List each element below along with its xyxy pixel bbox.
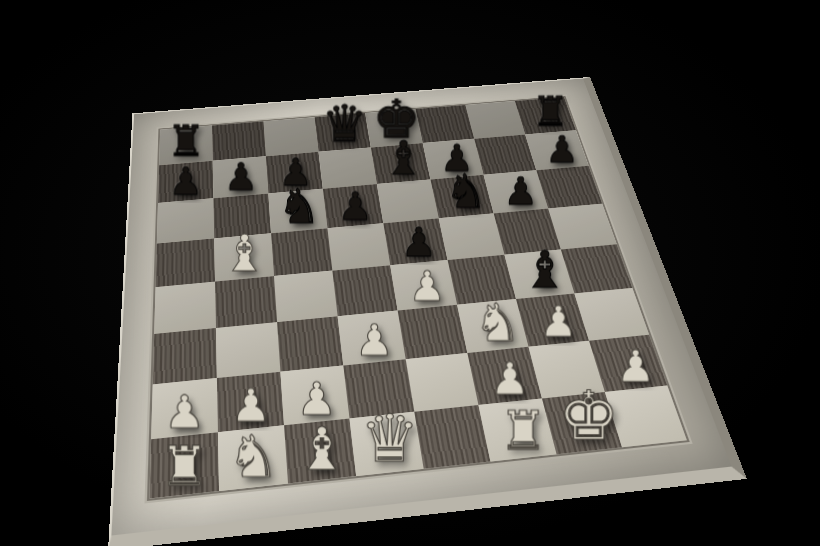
lighting-shade <box>215 276 277 328</box>
square-a4[interactable] <box>154 282 216 334</box>
board-grid: ♜♛♚♜♟♟♟♝♟♟♞♟♞♟♝♟♟♝♟♞♟♟♟♟♟♟♜♞♝♛♜♚ <box>149 97 686 499</box>
square-e5[interactable]: ♟ <box>383 218 447 265</box>
piece-black-pawn[interactable]: ♟ <box>390 222 448 262</box>
board-frame: ♜♛♚♜♟♟♟♝♟♟♞♟♞♟♝♟♟♝♟♞♟♟♟♟♟♟♜♞♝♛♜♚ <box>108 77 747 546</box>
square-b1[interactable]: ♞ <box>218 425 288 491</box>
lighting-shade <box>398 305 468 359</box>
square-e3[interactable] <box>398 305 468 359</box>
square-c1[interactable]: ♝ <box>284 419 356 484</box>
square-h7[interactable]: ♟ <box>525 130 588 170</box>
piece-white-pawn[interactable]: ♟ <box>397 266 457 307</box>
piece-black-pawn[interactable]: ♟ <box>327 187 383 226</box>
square-d6[interactable]: ♟ <box>323 184 383 228</box>
lighting-shade <box>271 228 332 276</box>
piece-black-knight[interactable]: ♞ <box>438 168 494 215</box>
piece-black-knight[interactable]: ♞ <box>271 183 327 231</box>
square-f3[interactable]: ♞ <box>457 299 528 353</box>
square-d3[interactable]: ♟ <box>338 310 406 365</box>
piece-white-pawn[interactable]: ♟ <box>478 356 543 401</box>
scene-background: ♜♛♚♜♟♟♟♝♟♟♞♟♞♟♝♟♟♝♟♞♟♟♟♟♟♟♜♞♝♛♜♚ <box>0 0 820 546</box>
square-a5[interactable] <box>156 238 215 287</box>
square-b3[interactable] <box>216 322 280 378</box>
lighting-shade <box>154 282 216 334</box>
square-c6[interactable]: ♞ <box>268 189 327 234</box>
square-e1[interactable] <box>414 405 490 469</box>
square-a3[interactable] <box>153 328 217 384</box>
piece-black-rook[interactable]: ♜ <box>524 91 576 132</box>
square-f1[interactable]: ♜ <box>478 398 556 461</box>
piece-black-pawn[interactable]: ♟ <box>214 158 269 196</box>
square-d4[interactable] <box>332 265 397 316</box>
piece-white-pawn[interactable]: ♟ <box>343 318 406 361</box>
piece-white-bishop[interactable]: ♝ <box>215 228 274 279</box>
piece-white-rook[interactable]: ♜ <box>150 439 219 494</box>
lighting-shade <box>216 322 280 378</box>
piece-white-pawn[interactable]: ♟ <box>528 301 590 344</box>
piece-black-rook[interactable]: ♜ <box>159 120 212 162</box>
lighting-shade <box>277 316 343 371</box>
square-c3[interactable] <box>277 316 343 371</box>
piece-white-pawn[interactable]: ♟ <box>284 376 350 421</box>
lighting-shade <box>153 328 217 384</box>
piece-white-knight[interactable]: ♞ <box>219 428 288 486</box>
piece-black-bishop[interactable]: ♝ <box>376 135 430 182</box>
square-c4[interactable] <box>274 271 338 322</box>
square-d8[interactable]: ♛ <box>315 113 371 152</box>
square-f2[interactable]: ♟ <box>467 347 542 405</box>
piece-black-queen[interactable]: ♛ <box>318 99 370 150</box>
square-e7[interactable]: ♝ <box>371 143 431 184</box>
piece-black-bishop[interactable]: ♝ <box>515 244 574 295</box>
piece-black-pawn[interactable]: ♟ <box>158 162 213 200</box>
piece-white-king[interactable]: ♚ <box>555 382 622 450</box>
square-d1[interactable]: ♛ <box>350 412 424 476</box>
piece-white-queen[interactable]: ♛ <box>356 406 424 472</box>
lighting-shade <box>377 179 439 223</box>
square-c5[interactable] <box>271 228 332 276</box>
square-b4[interactable] <box>215 276 277 328</box>
square-b5[interactable]: ♝ <box>214 233 274 281</box>
piece-white-bishop[interactable]: ♝ <box>288 420 356 479</box>
piece-white-knight[interactable]: ♞ <box>467 297 529 349</box>
lighting-shade <box>274 271 338 322</box>
square-a2[interactable]: ♟ <box>151 378 218 439</box>
piece-white-pawn[interactable]: ♟ <box>218 383 284 428</box>
lighting-shade <box>157 198 214 243</box>
square-d5[interactable] <box>327 223 390 270</box>
square-e6[interactable] <box>377 179 439 223</box>
square-f6[interactable]: ♞ <box>430 175 493 218</box>
lighting-shade <box>327 223 390 270</box>
square-a7[interactable]: ♟ <box>158 161 213 203</box>
piece-white-pawn[interactable]: ♟ <box>152 389 218 435</box>
lighting-shade <box>156 238 215 287</box>
square-b7[interactable]: ♟ <box>213 156 269 198</box>
piece-black-pawn[interactable]: ♟ <box>493 172 548 210</box>
lighting-shade <box>332 265 397 316</box>
square-a1[interactable]: ♜ <box>149 432 219 498</box>
chess-board: ♜♛♚♜♟♟♟♝♟♟♞♟♞♟♝♟♟♝♟♞♟♟♟♟♟♟♜♞♝♛♜♚ <box>109 78 729 534</box>
piece-black-pawn[interactable]: ♟ <box>535 131 588 168</box>
square-a6[interactable] <box>157 198 214 243</box>
piece-white-rook[interactable]: ♜ <box>490 404 557 457</box>
square-e4[interactable]: ♟ <box>390 260 457 310</box>
